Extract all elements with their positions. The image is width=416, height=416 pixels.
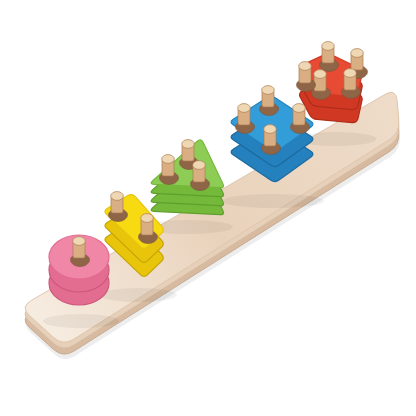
peg-top [299, 62, 312, 71]
peg-top [111, 192, 124, 201]
stack-shadow [43, 314, 119, 328]
peg-top [141, 214, 154, 223]
peg-top [264, 125, 277, 134]
product-photo-wooden-shape-sorter [0, 0, 416, 416]
peg-top [344, 69, 357, 78]
toy-scene [0, 0, 416, 416]
stack-shadow [222, 194, 324, 208]
peg-top [293, 104, 306, 113]
peg-top [73, 237, 86, 246]
peg-top [351, 49, 364, 58]
peg-top [193, 161, 206, 170]
peg-top [162, 155, 175, 164]
peg-top [238, 104, 251, 113]
peg-top [262, 86, 275, 95]
peg-top [322, 42, 335, 51]
stack-shadow [99, 288, 177, 302]
peg-top [182, 140, 195, 149]
peg-top [314, 70, 327, 79]
